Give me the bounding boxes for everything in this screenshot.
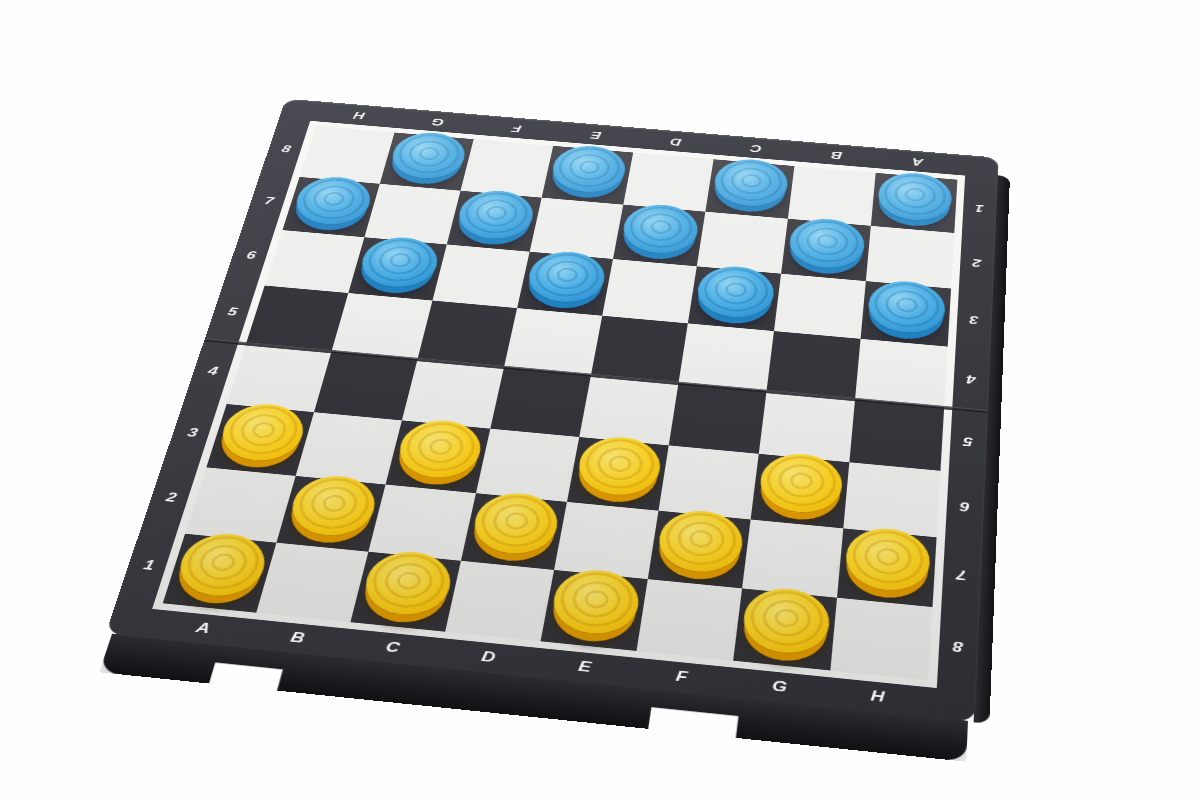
square-b1 [256, 543, 368, 622]
square-h6 [861, 281, 951, 347]
square-g5 [767, 331, 861, 399]
square-b5 [332, 293, 433, 359]
square-h4 [849, 399, 944, 471]
square-f4 [669, 383, 767, 454]
coord-label-right-6: 6 [948, 493, 981, 519]
piece-blue-d8 [548, 143, 629, 195]
coord-label-right-2: 2 [962, 252, 992, 273]
square-f3 [658, 445, 758, 519]
coord-label-top-G: G [422, 112, 453, 131]
square-d2 [461, 493, 567, 570]
square-e4 [579, 375, 678, 445]
square-h5 [855, 339, 948, 407]
square-e6 [602, 259, 697, 323]
square-c4 [402, 359, 504, 429]
piece-yellow-h2 [843, 525, 931, 594]
square-a8 [300, 126, 395, 184]
coord-label-bottom-E: E [566, 653, 603, 682]
square-d6 [517, 252, 613, 316]
checkers-board [163, 126, 958, 680]
piece-blue-f8 [711, 157, 790, 209]
piece-yellow-a3 [215, 401, 310, 464]
square-h8 [871, 173, 958, 233]
square-g4 [759, 391, 855, 462]
coord-label-right-5: 5 [952, 429, 984, 454]
square-g6 [774, 274, 866, 339]
piece-yellow-d2 [469, 490, 563, 558]
square-c7 [447, 191, 542, 252]
square-a5 [246, 286, 348, 352]
square-f8 [705, 159, 794, 218]
square-b3 [296, 412, 402, 484]
square-g1 [733, 588, 837, 670]
coord-label-bottom-G: G [761, 672, 797, 701]
coord-label-top-A: A [903, 152, 932, 172]
square-d7 [530, 198, 624, 259]
square-h1 [830, 598, 932, 681]
square-b7 [364, 184, 460, 245]
square-d3 [476, 429, 579, 502]
square-c8 [461, 139, 554, 197]
square-c2 [368, 485, 476, 561]
piece-blue-h6 [866, 278, 946, 336]
piece-yellow-c1 [359, 548, 457, 619]
coord-label-top-C: C [741, 138, 771, 158]
square-f7 [697, 212, 788, 274]
piece-blue-b6 [356, 235, 443, 291]
square-h3 [843, 462, 940, 537]
square-d8 [542, 146, 633, 205]
coord-label-left-8: 8 [270, 140, 303, 160]
square-b6 [348, 237, 446, 300]
piece-yellow-g3 [757, 451, 844, 517]
square-d5 [504, 308, 602, 375]
coord-label-left-6: 6 [234, 245, 268, 266]
square-c1 [350, 552, 461, 632]
piece-blue-b8 [387, 130, 470, 181]
board-case: HGFEDCBA ABCDEFGH 87654321 12345678 [105, 99, 998, 723]
square-g2 [742, 520, 843, 598]
coord-label-right-4: 4 [955, 367, 986, 390]
coord-label-right-3: 3 [959, 308, 989, 330]
piece-blue-e7 [620, 202, 702, 256]
square-c5 [418, 301, 518, 368]
square-a7 [282, 177, 379, 237]
coord-label-bottom-C: C [373, 634, 412, 662]
piece-yellow-a1 [172, 530, 272, 600]
square-g8 [788, 166, 876, 226]
coord-label-bottom-F: F [663, 663, 700, 692]
square-g7 [781, 219, 871, 281]
square-c6 [432, 244, 529, 308]
piece-blue-a7 [290, 174, 376, 227]
square-h7 [866, 226, 954, 289]
piece-yellow-b2 [285, 473, 381, 540]
coord-label-top-H: H [344, 106, 376, 125]
coord-label-bottom-B: B [278, 624, 317, 652]
square-f5 [679, 323, 774, 391]
piece-blue-g7 [787, 216, 866, 271]
square-f6 [688, 266, 781, 331]
square-d1 [445, 561, 554, 642]
coord-label-bottom-A: A [183, 615, 223, 643]
coord-label-bottom-H: H [860, 682, 896, 711]
square-c3 [386, 420, 491, 493]
piece-yellow-f2 [655, 507, 746, 576]
square-f2 [648, 511, 751, 589]
square-e1 [541, 570, 648, 651]
piece-blue-c7 [454, 188, 538, 242]
square-h2 [837, 528, 937, 607]
piece-yellow-e3 [574, 434, 664, 499]
square-e2 [554, 502, 658, 579]
square-e8 [623, 153, 713, 212]
square-b4 [314, 351, 418, 420]
piece-blue-h8 [876, 170, 953, 223]
piece-yellow-e1 [548, 566, 643, 637]
piece-yellow-g1 [740, 585, 832, 657]
coord-label-right-7: 7 [945, 561, 979, 588]
square-a6 [265, 230, 365, 293]
coord-label-top-B: B [822, 145, 851, 165]
coord-label-right-8: 8 [941, 632, 975, 660]
coord-label-right-1: 1 [965, 198, 994, 219]
coord-label-bottom-D: D [469, 643, 507, 672]
coord-label-left-7: 7 [252, 191, 285, 211]
coord-label-top-F: F [501, 119, 532, 138]
product-photo-scene: HGFEDCBA ABCDEFGH 87654321 12345678 [0, 0, 1200, 800]
piece-yellow-c3 [393, 417, 486, 481]
piece-blue-f6 [694, 264, 776, 321]
coord-label-top-D: D [661, 132, 691, 152]
square-e7 [613, 205, 705, 267]
square-g3 [751, 454, 850, 529]
square-b2 [276, 476, 385, 552]
coord-label-top-E: E [581, 125, 612, 144]
square-b8 [380, 133, 474, 191]
board-3d-tilt: HGFEDCBA ABCDEFGH 87654321 12345678 [105, 99, 998, 723]
square-f1 [637, 579, 743, 661]
square-e3 [567, 437, 669, 511]
square-e5 [591, 316, 688, 383]
piece-blue-d6 [524, 249, 609, 305]
square-d4 [490, 367, 591, 437]
